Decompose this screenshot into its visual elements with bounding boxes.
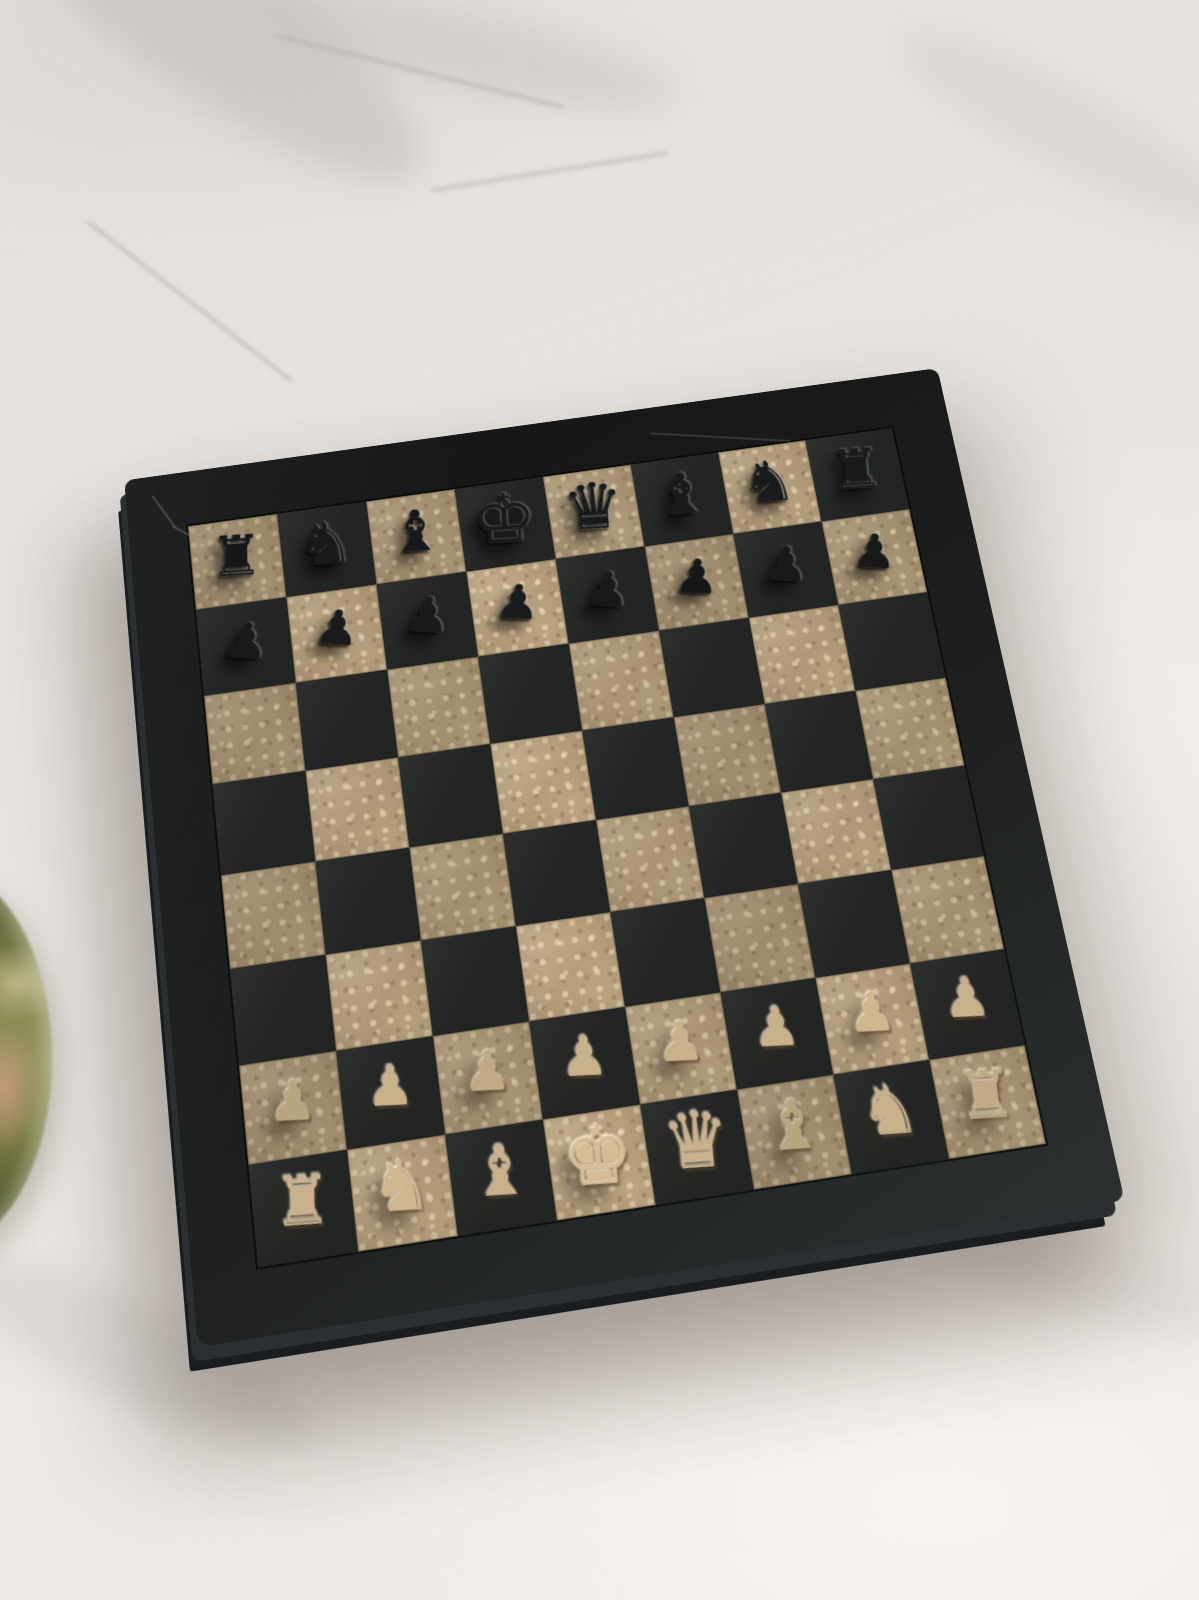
- piece-black-pawn-d7[interactable]: ♟: [493, 577, 542, 627]
- green-onyx-object: [0, 868, 52, 1250]
- square-d6[interactable]: [478, 644, 582, 744]
- piece-white-pawn-d2[interactable]: ♟: [559, 1028, 610, 1085]
- square-e1[interactable]: ♛: [640, 1090, 754, 1206]
- square-b1[interactable]: ♞: [347, 1135, 458, 1252]
- piece-black-pawn-f7[interactable]: ♟: [673, 552, 720, 602]
- marble-vein: [883, 5, 1199, 254]
- piece-white-king-d1[interactable]: ♚: [561, 1113, 637, 1199]
- piece-black-bishop-f8[interactable]: ♝: [652, 464, 711, 523]
- piece-black-rook-a8[interactable]: ♜: [210, 527, 264, 586]
- square-h4[interactable]: [873, 766, 984, 870]
- piece-black-queen-e8[interactable]: ♛: [560, 473, 626, 540]
- square-f8[interactable]: ♝: [631, 452, 734, 546]
- square-h3[interactable]: [891, 856, 1004, 963]
- piece-black-pawn-c7[interactable]: ♟: [403, 590, 453, 640]
- square-f5[interactable]: [674, 704, 781, 806]
- square-g6[interactable]: [749, 605, 856, 704]
- piece-white-pawn-c2[interactable]: ♟: [462, 1043, 512, 1100]
- marble-vein-line: [87, 220, 294, 382]
- piece-black-pawn-a7[interactable]: ♟: [221, 615, 272, 666]
- piece-white-rook-a1[interactable]: ♜: [273, 1166, 333, 1238]
- square-a8[interactable]: ♜: [188, 514, 286, 610]
- marble-countertop-scene: ♜♞♝♚♛♝♞♜♟♟♟♟♟♟♟♟♟♟♟♟♟♟♟♟♜♞♝♚♛♝♞♜: [0, 0, 1199, 1600]
- piece-black-pawn-g7[interactable]: ♟: [762, 539, 809, 588]
- piece-white-bishop-c1[interactable]: ♝: [468, 1134, 532, 1208]
- piece-white-pawn-b2[interactable]: ♟: [366, 1058, 415, 1115]
- square-g7[interactable]: ♟: [733, 521, 838, 617]
- square-b7[interactable]: ♟: [286, 584, 387, 682]
- square-e5[interactable]: [582, 717, 689, 820]
- square-g4[interactable]: [781, 779, 891, 884]
- square-e4[interactable]: [596, 806, 704, 912]
- square-a4[interactable]: [221, 861, 326, 969]
- scratch-mark: [650, 432, 791, 441]
- square-f3[interactable]: [704, 884, 815, 992]
- square-d1[interactable]: ♚: [543, 1104, 656, 1220]
- square-g5[interactable]: [765, 691, 873, 793]
- square-f2[interactable]: ♟: [720, 978, 833, 1090]
- square-h7[interactable]: ♟: [821, 509, 927, 605]
- square-h5[interactable]: [855, 678, 964, 779]
- square-e7[interactable]: ♟: [556, 546, 659, 643]
- piece-black-rook-h8[interactable]: ♜: [827, 441, 886, 498]
- square-b6[interactable]: [296, 670, 398, 771]
- piece-white-pawn-f2[interactable]: ♟: [750, 999, 802, 1055]
- piece-white-pawn-a2[interactable]: ♟: [268, 1072, 317, 1130]
- square-h6[interactable]: [838, 592, 945, 691]
- piece-white-knight-g1[interactable]: ♞: [857, 1074, 924, 1146]
- scratch-mark: [151, 495, 175, 527]
- square-e2[interactable]: ♟: [625, 992, 737, 1104]
- square-a2[interactable]: ♟: [239, 1051, 347, 1165]
- square-e8[interactable]: ♛: [543, 465, 645, 560]
- square-b3[interactable]: [326, 940, 433, 1050]
- square-a1[interactable]: ♜: [248, 1150, 358, 1268]
- piece-black-king-d8[interactable]: ♚: [471, 484, 539, 554]
- marble-vein-line: [431, 151, 669, 192]
- square-c6[interactable]: [387, 657, 490, 758]
- piece-black-pawn-h7[interactable]: ♟: [851, 527, 897, 576]
- piece-white-pawn-e2[interactable]: ♟: [655, 1013, 706, 1070]
- piece-white-knight-b1[interactable]: ♞: [370, 1149, 433, 1223]
- square-f6[interactable]: [659, 618, 765, 717]
- square-c5[interactable]: [398, 744, 503, 848]
- piece-white-queen-e1[interactable]: ♛: [659, 1100, 733, 1182]
- square-e6[interactable]: [569, 631, 674, 731]
- piece-white-pawn-g2[interactable]: ♟: [845, 984, 898, 1040]
- square-a5[interactable]: [212, 771, 315, 876]
- square-c2[interactable]: ♟: [433, 1021, 543, 1134]
- piece-white-pawn-h2[interactable]: ♟: [940, 970, 993, 1026]
- square-h1[interactable]: ♜: [929, 1045, 1046, 1159]
- square-d4[interactable]: [503, 820, 610, 926]
- square-g8[interactable]: ♞: [718, 440, 821, 534]
- square-c3[interactable]: [421, 926, 529, 1036]
- piece-black-pawn-b7[interactable]: ♟: [312, 602, 362, 653]
- square-d5[interactable]: [490, 731, 596, 834]
- square-f7[interactable]: ♟: [645, 534, 749, 631]
- piece-white-rook-h1[interactable]: ♜: [954, 1060, 1020, 1130]
- square-d3[interactable]: [516, 912, 625, 1021]
- square-g3[interactable]: [798, 870, 910, 978]
- square-a6[interactable]: [204, 683, 305, 785]
- square-b8[interactable]: ♞: [277, 501, 376, 597]
- square-e3[interactable]: [610, 898, 720, 1007]
- square-c7[interactable]: ♟: [376, 572, 478, 670]
- square-b4[interactable]: [315, 848, 421, 955]
- square-a7[interactable]: ♟: [196, 597, 296, 696]
- square-d8[interactable]: ♚: [455, 477, 556, 572]
- square-a3[interactable]: [230, 955, 336, 1066]
- piece-white-bishop-f1[interactable]: ♝: [760, 1089, 826, 1162]
- square-c4[interactable]: [409, 834, 515, 941]
- square-h2[interactable]: ♟: [910, 949, 1025, 1060]
- square-b5[interactable]: [305, 757, 409, 861]
- piece-black-knight-g8[interactable]: ♞: [739, 452, 799, 511]
- piece-black-pawn-e7[interactable]: ♟: [583, 564, 631, 614]
- square-f4[interactable]: [689, 793, 798, 898]
- square-g2[interactable]: ♟: [815, 963, 929, 1074]
- square-f1[interactable]: ♝: [737, 1075, 852, 1190]
- piece-black-knight-b8[interactable]: ♞: [298, 513, 355, 573]
- square-b2[interactable]: ♟: [336, 1036, 445, 1150]
- square-h8[interactable]: ♜: [805, 428, 909, 521]
- square-c8[interactable]: ♝: [366, 489, 466, 584]
- board-grid: ♜♞♝♚♛♝♞♜♟♟♟♟♟♟♟♟♟♟♟♟♟♟♟♟♜♞♝♚♛♝♞♜: [188, 428, 1046, 1267]
- square-d2[interactable]: ♟: [529, 1007, 640, 1120]
- square-d7[interactable]: ♟: [466, 559, 568, 657]
- square-c1[interactable]: ♝: [445, 1120, 557, 1237]
- piece-black-bishop-c8[interactable]: ♝: [387, 501, 444, 561]
